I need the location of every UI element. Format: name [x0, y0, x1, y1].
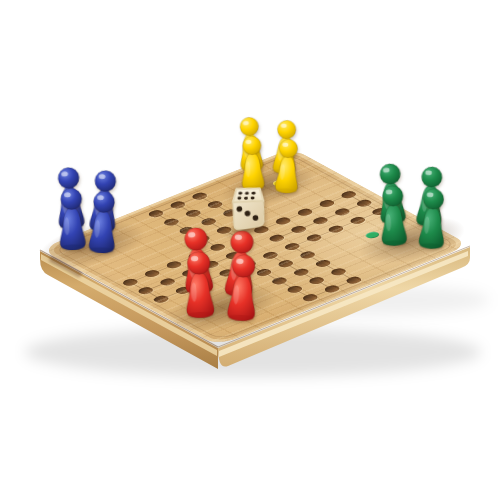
peg-hole	[332, 207, 352, 216]
green-pawn[interactable]	[411, 186, 453, 251]
peg-hole	[276, 259, 296, 268]
peg-hole	[285, 285, 305, 294]
peg-hole	[161, 218, 181, 227]
red-pawn[interactable]	[219, 252, 266, 323]
peg-hole	[307, 276, 327, 285]
peg-hole	[322, 284, 342, 293]
peg-hole	[310, 216, 330, 225]
peg-hole	[146, 209, 166, 218]
peg-hole	[158, 277, 178, 286]
peg-hole	[151, 295, 171, 304]
peg-hole	[267, 234, 287, 243]
peg-hole	[348, 216, 368, 225]
peg-hole	[300, 293, 320, 302]
yellow-pawn[interactable]	[269, 137, 307, 195]
peg-hole	[344, 276, 364, 285]
green-pawn[interactable]	[373, 183, 414, 247]
red-pawn[interactable]	[177, 249, 222, 319]
peg-hole	[304, 233, 324, 242]
peg-hole	[291, 268, 311, 277]
die[interactable]	[217, 181, 272, 236]
peg-hole	[289, 225, 309, 234]
peg-hole	[269, 276, 289, 285]
peg-hole	[326, 225, 346, 234]
scene	[0, 0, 500, 500]
blue-pawn[interactable]	[81, 189, 124, 255]
peg-hole	[136, 286, 156, 295]
